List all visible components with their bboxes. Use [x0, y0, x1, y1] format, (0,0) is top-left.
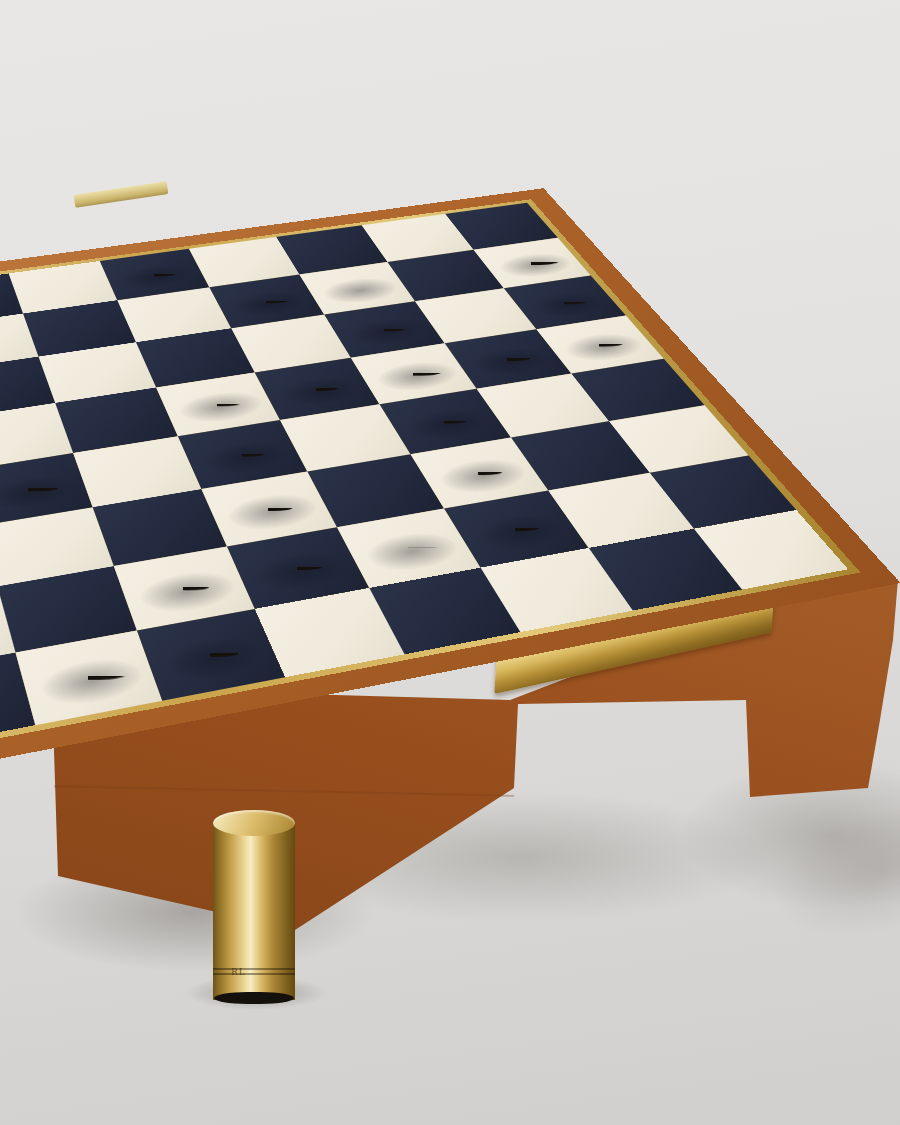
board-grid: RLRLRLRLRLRLRLRLRL: [0, 203, 848, 751]
base-rings: [379, 516, 436, 532]
brand-engraving: RL: [141, 249, 154, 258]
rook-top: [541, 164, 588, 185]
pawn-top: [244, 385, 293, 407]
base-rings: [483, 333, 532, 346]
chess-set-photo: RLRLRLRLRLRLRLRLRL RL: [0, 0, 900, 1125]
pawn-cylinder: RL: [271, 450, 322, 567]
bishop-top: [332, 133, 382, 163]
brand-engraving: RL: [11, 452, 27, 463]
rook-cylinder: [243, 174, 290, 301]
square-b1: [589, 529, 742, 611]
pawn-top: [195, 290, 240, 310]
chess-board: RLRLRLRLRLRLRLRLRL: [0, 188, 900, 785]
brand-engraving: RL: [231, 967, 246, 977]
brand-engraving: RL: [229, 429, 244, 439]
knight-cylinder: [483, 216, 532, 359]
pawn-rings: [213, 966, 295, 982]
square-c1: [481, 548, 633, 632]
pawn-top: [294, 276, 339, 296]
base-rings: [575, 319, 624, 332]
pawn-top: [455, 352, 503, 374]
bishop-notch: [367, 167, 381, 183]
pawn-top: [271, 438, 322, 461]
square-a1: [694, 510, 848, 590]
rook-top: [131, 140, 177, 161]
knight-notch: [597, 200, 625, 218]
gold-board-frame: RLRLRLRLRLRLRLRLRL: [0, 199, 860, 758]
rook-cylinder: RL: [131, 150, 177, 274]
base-rings: [50, 630, 125, 653]
brand-engraving: RL: [205, 380, 220, 390]
knight-cylinder: [575, 203, 624, 344]
bishop-cylinder: [379, 371, 436, 547]
pawn-top: [213, 810, 295, 836]
knight-notch: [505, 213, 534, 232]
pawn-top: [218, 335, 265, 356]
bishop-notch: [420, 399, 437, 418]
rook-cylinder: RL: [179, 488, 241, 654]
queen-top: [384, 166, 442, 211]
brand-engraving: RL: [255, 483, 271, 494]
king-cylinder: RL: [50, 422, 125, 677]
board-scene: RLRLRLRLRLRLRLRLRL: [0, 0, 900, 1125]
pawn-cylinder: [294, 286, 339, 388]
base-rings: [243, 278, 290, 289]
pawn-cylinder: [490, 414, 540, 528]
base-rings: [490, 508, 540, 518]
pawn-top: [490, 403, 540, 425]
base-rings: [294, 370, 339, 379]
brand-engraving: RL: [67, 631, 85, 643]
piece-gold-pawn-captured: RL: [213, 822, 295, 1000]
brand-engraving: RL: [193, 620, 210, 632]
pawn-top: [421, 305, 467, 326]
brand-engraving: RL: [283, 541, 299, 552]
pawn-base-pad: [214, 992, 294, 1004]
rook-top: [179, 474, 241, 502]
rook-top: [243, 163, 290, 184]
